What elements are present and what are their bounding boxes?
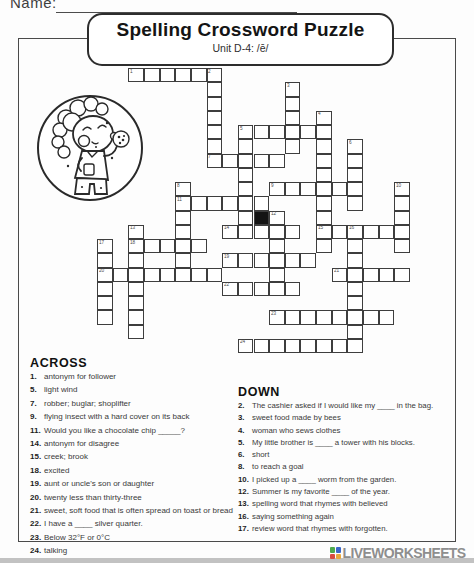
grid-cell[interactable] [113, 268, 129, 282]
grid-cell[interactable] [269, 339, 285, 353]
grid-cell[interactable] [363, 268, 379, 282]
clue-text: I picked up a ____ worm from the garden. [252, 475, 460, 485]
grid-cell[interactable] [316, 239, 332, 253]
clue-text: antonym for disagree [44, 439, 236, 449]
grid-cell[interactable]: 8 [175, 182, 191, 196]
grid-cell[interactable] [316, 182, 332, 196]
clue-number: 3. [238, 413, 252, 423]
clue-number: 2. [238, 401, 252, 411]
clue-text: creek; brook [44, 452, 236, 462]
grid-cell[interactable] [254, 154, 270, 168]
cell-number: 22 [224, 282, 229, 287]
grid-cell[interactable]: 21 [332, 268, 348, 282]
grid-cell[interactable]: 11 [175, 196, 191, 210]
grid-cell[interactable] [269, 282, 285, 296]
clue-text: woman who sews clothes [252, 426, 460, 436]
grid-cell[interactable]: 4 [316, 111, 332, 125]
clue-number: 18. [30, 466, 44, 476]
cell-number: 8 [177, 183, 180, 188]
cell-number: 2 [208, 69, 211, 74]
grid-cell[interactable] [300, 310, 316, 324]
grid-cell[interactable] [97, 296, 113, 310]
clue-number: 17. [238, 524, 252, 534]
clue-number: 14. [30, 439, 44, 449]
grid-cell[interactable] [347, 239, 363, 253]
grid-cell[interactable] [316, 168, 332, 182]
logo-square [330, 554, 335, 560]
cell-number: 21 [334, 268, 339, 273]
down-header: DOWN [238, 385, 280, 399]
across-clue: 5.light wind [30, 385, 236, 395]
grid-cell[interactable] [332, 225, 348, 239]
grid-cell[interactable] [175, 68, 191, 82]
grid-cell[interactable] [128, 325, 144, 339]
grid-cell[interactable] [347, 253, 363, 267]
grid-cell[interactable] [347, 282, 363, 296]
grid-cell[interactable] [332, 339, 348, 353]
down-clue: 3.sweet food made by bees [238, 413, 460, 423]
grid-cell[interactable] [175, 268, 191, 282]
grid-cell[interactable] [175, 239, 191, 253]
grid-cell[interactable] [300, 253, 316, 267]
cell-number: 3 [287, 83, 290, 88]
down-clue: 16.saying something again [238, 512, 460, 522]
clue-number: 15. [30, 452, 44, 462]
cell-number: 17 [99, 240, 104, 245]
grid-cell[interactable] [300, 182, 316, 196]
grid-cell[interactable] [347, 168, 363, 182]
grid-cell[interactable] [128, 282, 144, 296]
page-title: Spelling Crossword Puzzle [89, 19, 392, 41]
cell-number: 23 [271, 311, 276, 316]
grid-cell[interactable] [285, 182, 301, 196]
cell-number: 6 [349, 140, 352, 145]
clue-text: Would you like a chocolate chip _____? [44, 426, 236, 436]
grid-cell[interactable] [269, 125, 285, 139]
grid-cell[interactable] [238, 196, 254, 210]
down-clue: 8.to reach a goal [238, 462, 460, 472]
grid-cell[interactable] [347, 154, 363, 168]
grid-cell[interactable]: 16 [347, 225, 363, 239]
grid-cell[interactable] [347, 196, 363, 210]
clue-text: My little brother is ____ a tower with h… [252, 438, 460, 448]
cell-number: 16 [349, 225, 354, 230]
grid-cell[interactable] [128, 310, 144, 324]
grid-cell[interactable] [269, 253, 285, 267]
grid-cell[interactable] [254, 253, 270, 267]
cell-number: 19 [224, 254, 229, 259]
across-clue: 1.antonym for follower [30, 372, 236, 382]
grid-cell[interactable] [238, 253, 254, 267]
grid-cell[interactable]: 6 [347, 139, 363, 153]
cell-number: 14 [224, 225, 229, 230]
across-clue: 23.Below 32°F or 0°C [30, 533, 236, 543]
clue-text: Below 32°F or 0°C [44, 533, 236, 543]
grid-cell[interactable] [316, 154, 332, 168]
cell-number: 12 [271, 211, 276, 216]
grid-cell[interactable] [238, 211, 254, 225]
grid-cell[interactable]: 15 [316, 225, 332, 239]
clue-text: robber; buglar; shoplifter [44, 399, 236, 409]
grid-cell[interactable] [347, 268, 363, 282]
clue-number: 6. [238, 450, 252, 460]
clue-text: review word that rhymes with forgotten. [252, 524, 460, 534]
clue-text: to reach a goal [252, 462, 460, 472]
clue-number: 1. [30, 372, 44, 382]
down-clue: 4.woman who sews clothes [238, 426, 460, 436]
down-clue: 10.I picked up a ____ worm from the gard… [238, 475, 460, 485]
grid-cell[interactable] [347, 182, 363, 196]
grid-cell[interactable]: 3 [285, 82, 301, 96]
grid-cell[interactable] [207, 82, 223, 96]
clue-number: 21. [30, 506, 44, 516]
grid-cell[interactable] [285, 282, 301, 296]
grid-cell[interactable]: 13 [128, 225, 144, 239]
clue-number: 10. [238, 475, 252, 485]
cell-number: 11 [177, 197, 182, 202]
clue-text: aunt or uncle's son or daughter [44, 479, 236, 489]
cell-number: 13 [130, 225, 135, 230]
grid-cell[interactable] [191, 68, 207, 82]
across-header: ACROSS [30, 356, 87, 370]
grid-cell[interactable] [144, 239, 160, 253]
grid-cell[interactable] [128, 296, 144, 310]
cell-number: 24 [240, 339, 245, 344]
across-clue: 22.I have a ____ silver quarter. [30, 519, 236, 529]
grid-cell[interactable] [238, 182, 254, 196]
grid-cell[interactable] [394, 268, 410, 282]
grid-cell[interactable]: 1 [128, 68, 144, 82]
across-clue: 7.robber; buglar; shoplifter [30, 399, 236, 409]
grid-cell[interactable] [269, 268, 285, 282]
grid-cell[interactable] [285, 139, 301, 153]
grid-cell[interactable] [269, 225, 285, 239]
grid-cell[interactable] [363, 225, 379, 239]
clue-text: short [252, 450, 460, 460]
clue-number: 5. [30, 385, 44, 395]
down-clue: 5.My little brother is ____ a tower with… [238, 438, 460, 448]
grid-cell[interactable] [128, 253, 144, 267]
cell-number: 1 [130, 69, 133, 74]
clue-text: twenty less than thirty-three [44, 493, 236, 503]
logo-square [336, 547, 341, 553]
grid-cell[interactable] [191, 268, 207, 282]
liveworksheets-icon [330, 547, 341, 559]
grid-cell[interactable]: 10 [394, 182, 410, 196]
grid-cell[interactable] [285, 97, 301, 111]
clue-number: 22. [30, 519, 44, 529]
grid-cell[interactable] [363, 310, 379, 324]
logo-square [330, 547, 335, 553]
grid-cell[interactable] [97, 282, 113, 296]
down-clue: 13.spelling word that rhymes with believ… [238, 499, 460, 509]
grid-cell[interactable] [379, 225, 395, 239]
grid-cell[interactable] [379, 310, 395, 324]
grid-cell[interactable]: 5 [238, 125, 254, 139]
across-clue: 21.sweet, soft food that is often spread… [30, 506, 236, 516]
name-label: Name: [10, 0, 57, 11]
cartoon-kid-eating-cookie-illustration [36, 90, 146, 206]
grid-cell[interactable] [394, 211, 410, 225]
grid-cell[interactable] [207, 139, 223, 153]
blocked-cell [254, 211, 270, 225]
grid-cell[interactable]: 20 [97, 268, 113, 282]
grid-cell[interactable] [394, 239, 410, 253]
grid-cell[interactable] [347, 325, 363, 339]
across-clue: 11.Would you like a chocolate chip _____… [30, 426, 236, 436]
clue-number: 24. [30, 546, 44, 556]
clue-number: 11. [30, 426, 44, 436]
clue-number: 13. [238, 499, 252, 509]
across-clue-list: 1.antonym for follower5.light wind7.robb… [30, 372, 236, 559]
grid-cell[interactable]: 14 [222, 225, 238, 239]
grid-cell[interactable]: 7 [207, 154, 223, 168]
grid-cell[interactable] [191, 239, 207, 253]
grid-cell[interactable] [222, 196, 238, 210]
grid-cell[interactable] [285, 111, 301, 125]
grid-cell[interactable] [207, 97, 223, 111]
down-clue-list: 2.The cashier asked if I would like my _… [238, 401, 460, 536]
grid-cell[interactable] [332, 310, 348, 324]
clue-text: sweet, soft food that is often spread on… [44, 506, 236, 516]
down-clue: 6.short [238, 450, 460, 460]
grid-cell[interactable] [254, 339, 270, 353]
grid-cell[interactable] [316, 196, 332, 210]
grid-cell[interactable] [379, 268, 395, 282]
across-clue: 20.twenty less than thirty-three [30, 493, 236, 503]
grid-cell[interactable] [128, 268, 144, 282]
grid-cell[interactable] [160, 68, 176, 82]
grid-cell[interactable]: 19 [222, 253, 238, 267]
liveworksheets-wordmark: LIVEWORKSHEETS [343, 545, 466, 561]
grid-cell[interactable] [285, 339, 301, 353]
cell-number: 20 [99, 268, 104, 273]
grid-cell[interactable]: 22 [222, 282, 238, 296]
grid-cell[interactable] [285, 253, 301, 267]
across-clue: 19.aunt or uncle's son or daughter [30, 479, 236, 489]
grid-cell[interactable]: 24 [238, 339, 254, 353]
cell-number: 15 [318, 225, 323, 230]
grid-cell[interactable] [394, 225, 410, 239]
cell-number: 18 [130, 240, 135, 245]
clue-text: sweet food made by bees [252, 413, 460, 423]
cell-number: 9 [271, 183, 274, 188]
page-subtitle: Unit D-4: /ē/ [89, 42, 392, 54]
grid-cell[interactable] [160, 239, 176, 253]
clue-number: 9. [30, 412, 44, 422]
grid-cell[interactable] [316, 339, 332, 353]
clue-number: 23. [30, 533, 44, 543]
grid-cell[interactable] [285, 310, 301, 324]
grid-cell[interactable] [238, 139, 254, 153]
grid-cell[interactable] [175, 225, 191, 239]
clue-text: excited [44, 466, 236, 476]
grid-cell[interactable] [347, 310, 363, 324]
grid-cell[interactable] [332, 182, 348, 196]
grid-cell[interactable] [254, 125, 270, 139]
grid-cell[interactable] [191, 196, 207, 210]
grid-cell[interactable] [316, 125, 332, 139]
grid-cell[interactable] [347, 339, 363, 353]
grid-cell[interactable] [144, 268, 160, 282]
clue-number: 4. [238, 426, 252, 436]
grid-cell[interactable] [144, 68, 160, 82]
across-clue: 15.creek; brook [30, 452, 236, 462]
grid-cell[interactable] [175, 211, 191, 225]
clue-text: antonym for follower [44, 372, 236, 382]
grid-cell[interactable] [175, 253, 191, 267]
grid-cell[interactable]: 12 [269, 211, 285, 225]
grid-cell[interactable] [207, 268, 223, 282]
grid-cell[interactable] [316, 211, 332, 225]
grid-cell[interactable] [300, 125, 316, 139]
clue-text: light wind [44, 385, 236, 395]
across-clue: 9.flying insect with a hard cover on its… [30, 412, 236, 422]
grid-cell[interactable] [207, 196, 223, 210]
grid-cell[interactable] [316, 310, 332, 324]
down-clue: 12.Summer is my favorite ____ of the yea… [238, 487, 460, 497]
cell-number: 4 [318, 111, 321, 116]
grid-cell[interactable] [97, 310, 113, 324]
clue-text: saying something again [252, 512, 460, 522]
grid-cell[interactable] [238, 168, 254, 182]
clue-number: 19. [30, 479, 44, 489]
grid-cell[interactable]: 9 [269, 182, 285, 196]
clue-number: 8. [238, 462, 252, 472]
grid-cell[interactable] [269, 154, 285, 168]
grid-cell[interactable] [347, 296, 363, 310]
grid-cell[interactable] [316, 139, 332, 153]
grid-cell[interactable] [254, 196, 270, 210]
across-clue: 14.antonym for disagree [30, 439, 236, 449]
grid-cell[interactable] [97, 253, 113, 267]
cell-number: 7 [208, 154, 211, 159]
grid-cell[interactable]: 18 [128, 239, 144, 253]
grid-cell[interactable] [269, 239, 285, 253]
grid-cell[interactable] [207, 111, 223, 125]
across-clue: 18.excited [30, 466, 236, 476]
clue-number: 5. [238, 438, 252, 448]
grid-cell[interactable] [285, 225, 301, 239]
clue-text: The cashier asked if I would like my ___… [252, 401, 460, 411]
clue-text: spelling word that rhymes with believed [252, 499, 460, 509]
grid-cell[interactable] [238, 154, 254, 168]
logo-square [336, 554, 341, 560]
grid-cell[interactable]: 17 [97, 239, 113, 253]
title-box: Spelling Crossword Puzzle Unit D-4: /ē/ [87, 13, 394, 66]
clue-number: 16. [238, 512, 252, 522]
grid-cell[interactable]: 23 [269, 310, 285, 324]
clue-text: Summer is my favorite ____ of the year. [252, 487, 460, 497]
down-clue: 17.review word that rhymes with forgotte… [238, 524, 460, 534]
grid-cell[interactable] [238, 282, 254, 296]
liveworksheets-logo: LIVEWORKSHEETS [330, 545, 466, 561]
grid-cell[interactable] [222, 154, 238, 168]
across-clue: 24.talking [30, 546, 236, 556]
grid-cell[interactable] [207, 125, 223, 139]
grid-cell[interactable] [394, 196, 410, 210]
cell-number: 10 [396, 183, 401, 188]
clue-number: 7. [30, 399, 44, 409]
grid-cell[interactable] [254, 225, 270, 239]
down-clue: 2.The cashier asked if I would like my _… [238, 401, 460, 411]
grid-cell[interactable] [300, 339, 316, 353]
clue-number: 12. [238, 487, 252, 497]
grid-cell[interactable] [254, 282, 270, 296]
clue-text: flying insect with a hard cover on its b… [44, 412, 236, 422]
grid-cell[interactable] [285, 125, 301, 139]
grid-cell[interactable] [238, 225, 254, 239]
clue-text: I have a ____ silver quarter. [44, 519, 236, 529]
clue-text: talking [44, 546, 236, 556]
cell-number: 5 [240, 126, 243, 131]
grid-cell[interactable] [160, 268, 176, 282]
clue-number: 20. [30, 493, 44, 503]
grid-cell[interactable]: 2 [207, 68, 223, 82]
